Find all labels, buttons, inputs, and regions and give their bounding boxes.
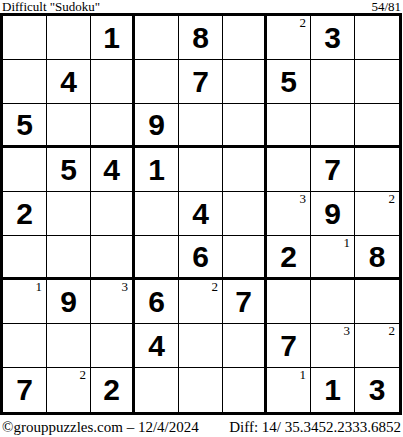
cell-r1c7[interactable]: 2 — [267, 16, 311, 60]
given-digit: 8 — [369, 242, 386, 272]
given-digit: 5 — [16, 110, 33, 140]
given-digit: 4 — [60, 67, 77, 97]
corner-mark: 2 — [389, 192, 396, 206]
corner-mark: 1 — [300, 368, 307, 382]
cell-r1c8[interactable]: 3 — [311, 16, 355, 60]
difficulty-text: Diff: 14/ 35.3452.2333.6852 — [229, 419, 401, 435]
cell-r4c1[interactable] — [3, 148, 47, 192]
cell-r7c4[interactable]: 6 — [135, 280, 179, 324]
given-digit: 6 — [192, 242, 209, 272]
given-digit: 4 — [192, 199, 209, 229]
cell-r1c9[interactable] — [355, 16, 399, 60]
cell-r3c1[interactable]: 5 — [3, 104, 47, 148]
cell-r9c7[interactable]: 1 — [267, 368, 311, 412]
corner-mark: 1 — [36, 280, 43, 294]
cell-r3c4[interactable]: 9 — [135, 104, 179, 148]
cell-r5c7[interactable]: 3 — [267, 192, 311, 236]
cell-r2c3[interactable] — [91, 60, 135, 104]
cell-r2c7[interactable]: 5 — [267, 60, 311, 104]
cell-r9c1[interactable]: 7 — [3, 368, 47, 412]
cell-r7c5[interactable]: 2 — [179, 280, 223, 324]
cell-r2c9[interactable] — [355, 60, 399, 104]
cell-r3c8[interactable] — [311, 104, 355, 148]
cell-r8c2[interactable] — [47, 324, 91, 368]
given-digit: 4 — [148, 331, 165, 361]
given-digit: 9 — [324, 199, 341, 229]
cell-r1c4[interactable] — [135, 16, 179, 60]
cell-r7c9[interactable] — [355, 280, 399, 324]
cell-r1c6[interactable] — [223, 16, 267, 60]
cell-r7c1[interactable]: 1 — [3, 280, 47, 324]
cell-r5c2[interactable] — [47, 192, 91, 236]
given-digit: 1 — [324, 375, 341, 405]
given-digit: 7 — [324, 155, 341, 185]
cell-r5c3[interactable] — [91, 192, 135, 236]
cell-r7c2[interactable]: 9 — [47, 280, 91, 324]
cell-r9c5[interactable] — [179, 368, 223, 412]
cell-r3c2[interactable] — [47, 104, 91, 148]
given-digit: 3 — [324, 23, 341, 53]
corner-mark: 1 — [344, 236, 351, 250]
cell-r8c3[interactable] — [91, 324, 135, 368]
cell-r9c3[interactable]: 2 — [91, 368, 135, 412]
cell-r3c7[interactable] — [267, 104, 311, 148]
given-digit: 5 — [280, 67, 297, 97]
cell-r8c1[interactable] — [3, 324, 47, 368]
cell-r8c9[interactable]: 2 — [355, 324, 399, 368]
cell-r5c4[interactable] — [135, 192, 179, 236]
cell-r6c5[interactable]: 6 — [179, 236, 223, 280]
cell-r3c3[interactable] — [91, 104, 135, 148]
cell-r3c5[interactable] — [179, 104, 223, 148]
cell-r4c6[interactable] — [223, 148, 267, 192]
given-digit: 7 — [16, 375, 33, 405]
given-digit: 4 — [103, 155, 120, 185]
cell-r8c4[interactable]: 4 — [135, 324, 179, 368]
given-digit: 2 — [16, 199, 33, 229]
cell-r4c3[interactable]: 4 — [91, 148, 135, 192]
cell-r8c8[interactable]: 3 — [311, 324, 355, 368]
cell-r9c9[interactable]: 3 — [355, 368, 399, 412]
cell-r5c8[interactable]: 9 — [311, 192, 355, 236]
cell-r7c8[interactable] — [311, 280, 355, 324]
cell-r4c2[interactable]: 5 — [47, 148, 91, 192]
cell-r8c6[interactable] — [223, 324, 267, 368]
cell-r6c7[interactable]: 2 — [267, 236, 311, 280]
cell-r2c2[interactable]: 4 — [47, 60, 91, 104]
cell-r2c4[interactable] — [135, 60, 179, 104]
corner-mark: 2 — [389, 324, 396, 338]
corner-mark: 2 — [300, 16, 307, 30]
cell-r2c8[interactable] — [311, 60, 355, 104]
given-digit: 8 — [192, 23, 209, 53]
cell-r6c8[interactable]: 1 — [311, 236, 355, 280]
cell-r3c9[interactable] — [355, 104, 399, 148]
given-digit: 5 — [60, 155, 77, 185]
corner-mark: 2 — [80, 368, 87, 382]
cell-r9c8[interactable]: 1 — [311, 368, 355, 412]
cell-r6c1[interactable] — [3, 236, 47, 280]
cell-r9c6[interactable] — [223, 368, 267, 412]
cell-r9c2[interactable]: 2 — [47, 368, 91, 412]
sudoku-board: 18234755954172439262181936274732722113 — [0, 13, 402, 415]
cell-r4c7[interactable] — [267, 148, 311, 192]
cell-r4c9[interactable] — [355, 148, 399, 192]
cell-r2c6[interactable] — [223, 60, 267, 104]
cell-r1c5[interactable]: 8 — [179, 16, 223, 60]
corner-mark: 2 — [212, 280, 219, 294]
corner-mark: 3 — [344, 324, 351, 338]
cell-r7c7[interactable] — [267, 280, 311, 324]
cell-r5c9[interactable]: 2 — [355, 192, 399, 236]
cell-r1c3[interactable]: 1 — [91, 16, 135, 60]
given-digit: 7 — [192, 67, 209, 97]
corner-mark: 3 — [300, 192, 307, 206]
cell-r5c6[interactable] — [223, 192, 267, 236]
given-digit: 9 — [60, 287, 77, 317]
cell-r4c5[interactable] — [179, 148, 223, 192]
cell-r8c5[interactable] — [179, 324, 223, 368]
cell-r9c4[interactable] — [135, 368, 179, 412]
cell-r7c3[interactable]: 3 — [91, 280, 135, 324]
puzzle-title: Difficult "Sudoku" — [2, 0, 100, 13]
cell-r6c6[interactable] — [223, 236, 267, 280]
given-digit: 2 — [103, 375, 120, 405]
footer: ©grouppuzzles.com – 12/4/2024 Diff: 14/ … — [2, 419, 401, 435]
given-digit: 7 — [280, 331, 297, 361]
cell-r6c2[interactable] — [47, 236, 91, 280]
given-digit: 7 — [235, 287, 252, 317]
given-digit: 3 — [369, 375, 386, 405]
given-digit: 6 — [148, 287, 165, 317]
given-digit: 9 — [148, 110, 165, 140]
cell-r8c7[interactable]: 7 — [267, 324, 311, 368]
cell-r2c5[interactable]: 7 — [179, 60, 223, 104]
cell-r6c3[interactable] — [91, 236, 135, 280]
cell-r3c6[interactable] — [223, 104, 267, 148]
corner-mark: 3 — [122, 280, 129, 294]
header: Difficult "Sudoku" 54/81 — [2, 0, 401, 13]
given-digit: 1 — [103, 23, 120, 53]
cell-r1c2[interactable] — [47, 16, 91, 60]
cell-r4c4[interactable]: 1 — [135, 148, 179, 192]
copyright-text: ©grouppuzzles.com – 12/4/2024 — [2, 419, 199, 435]
cell-r6c9[interactable]: 8 — [355, 236, 399, 280]
given-digit: 2 — [280, 242, 297, 272]
cell-r7c6[interactable]: 7 — [223, 280, 267, 324]
empty-cells-counter: 54/81 — [371, 0, 401, 13]
cell-r6c4[interactable] — [135, 236, 179, 280]
cell-r5c1[interactable]: 2 — [3, 192, 47, 236]
cell-r5c5[interactable]: 4 — [179, 192, 223, 236]
cell-r1c1[interactable] — [3, 16, 47, 60]
cell-r4c8[interactable]: 7 — [311, 148, 355, 192]
given-digit: 1 — [148, 155, 165, 185]
cell-r2c1[interactable] — [3, 60, 47, 104]
